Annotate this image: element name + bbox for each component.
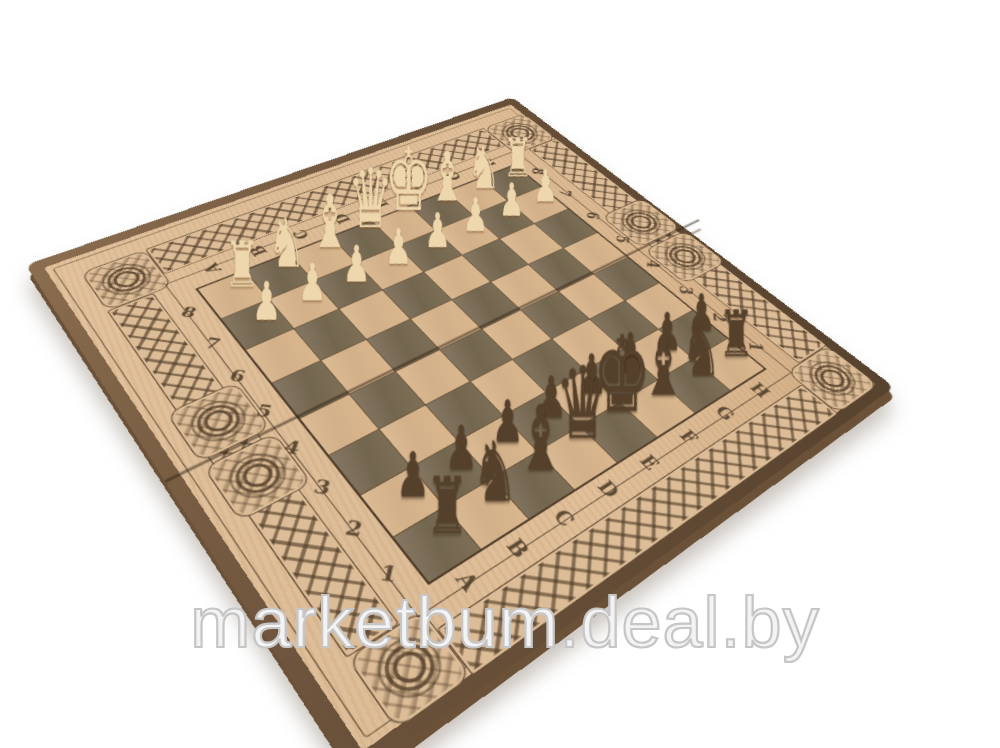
board-perspective-wrapper: ♜♞♝♛♚♝♞♜♟♟♟♟♟♟♟♟♟♟♟♟♟♟♟♟♜♞♝♛♚♝♞♜ AABBCCD… [110, 0, 810, 676]
product-photo: ♜♞♝♛♚♝♞♜♟♟♟♟♟♟♟♟♟♟♟♟♟♟♟♟♜♞♝♛♚♝♞♜ AABBCCD… [0, 0, 1000, 748]
board-perspective: ♜♞♝♛♚♝♞♜♟♟♟♟♟♟♟♟♟♟♟♟♟♟♟♟♜♞♝♛♚♝♞♜ AABBCCD… [110, 0, 810, 676]
watermark: marketbum.deal.by [105, 583, 905, 662]
square-f3 [553, 320, 622, 370]
